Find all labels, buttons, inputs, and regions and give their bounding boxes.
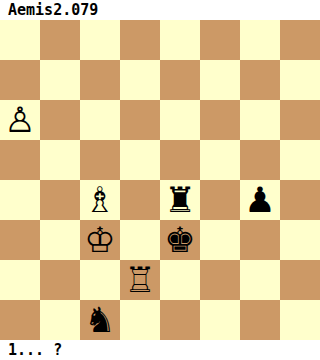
square-h1[interactable]: [280, 300, 320, 340]
square-d5[interactable]: [120, 140, 160, 180]
square-h7[interactable]: [280, 60, 320, 100]
white-rook-icon: ♖: [124, 260, 155, 300]
square-h8[interactable]: [280, 20, 320, 60]
square-b1[interactable]: [40, 300, 80, 340]
square-e6[interactable]: [160, 100, 200, 140]
square-c1[interactable]: ♞: [80, 300, 120, 340]
square-g4[interactable]: ♟: [240, 180, 280, 220]
square-f3[interactable]: [200, 220, 240, 260]
square-d1[interactable]: [120, 300, 160, 340]
square-h2[interactable]: [280, 260, 320, 300]
square-g3[interactable]: [240, 220, 280, 260]
square-f1[interactable]: [200, 300, 240, 340]
square-f4[interactable]: [200, 180, 240, 220]
square-c6[interactable]: [80, 100, 120, 140]
square-e2[interactable]: [160, 260, 200, 300]
square-a1[interactable]: [0, 300, 40, 340]
black-pawn-icon: ♟: [244, 180, 275, 220]
square-g1[interactable]: [240, 300, 280, 340]
square-f8[interactable]: [200, 20, 240, 60]
square-b8[interactable]: [40, 20, 80, 60]
square-c5[interactable]: [80, 140, 120, 180]
square-c7[interactable]: [80, 60, 120, 100]
square-e1[interactable]: [160, 300, 200, 340]
white-king-icon: ♔: [84, 220, 115, 260]
square-e8[interactable]: [160, 20, 200, 60]
square-a6[interactable]: ♙: [0, 100, 40, 140]
square-f6[interactable]: [200, 100, 240, 140]
square-h5[interactable]: [280, 140, 320, 180]
square-c8[interactable]: [80, 20, 120, 60]
black-rook-icon: ♜: [164, 180, 195, 220]
square-a7[interactable]: [0, 60, 40, 100]
square-a3[interactable]: [0, 220, 40, 260]
square-d7[interactable]: [120, 60, 160, 100]
white-bishop-icon: ♗: [84, 180, 115, 220]
square-h4[interactable]: [280, 180, 320, 220]
square-d4[interactable]: [120, 180, 160, 220]
square-e3[interactable]: ♚: [160, 220, 200, 260]
move-prompt: 1... ?: [8, 340, 62, 360]
square-f7[interactable]: [200, 60, 240, 100]
square-b7[interactable]: [40, 60, 80, 100]
black-king-icon: ♚: [164, 220, 195, 260]
square-b5[interactable]: [40, 140, 80, 180]
square-c3[interactable]: ♔: [80, 220, 120, 260]
square-g2[interactable]: [240, 260, 280, 300]
square-g5[interactable]: [240, 140, 280, 180]
square-d6[interactable]: [120, 100, 160, 140]
square-d8[interactable]: [120, 20, 160, 60]
square-g8[interactable]: [240, 20, 280, 60]
page-title: Aemis2.079: [8, 0, 98, 20]
square-f5[interactable]: [200, 140, 240, 180]
square-b2[interactable]: [40, 260, 80, 300]
square-h6[interactable]: [280, 100, 320, 140]
square-g7[interactable]: [240, 60, 280, 100]
square-d3[interactable]: [120, 220, 160, 260]
square-h3[interactable]: [280, 220, 320, 260]
square-e7[interactable]: [160, 60, 200, 100]
black-knight-icon: ♞: [84, 300, 115, 340]
square-c2[interactable]: [80, 260, 120, 300]
square-c4[interactable]: ♗: [80, 180, 120, 220]
title-bar: Aemis2.079: [0, 0, 320, 20]
status-bar: 1... ?: [0, 340, 320, 360]
square-f2[interactable]: [200, 260, 240, 300]
chess-board: ♙♗♜♟♔♚♖♞: [0, 20, 320, 340]
square-a2[interactable]: [0, 260, 40, 300]
square-a4[interactable]: [0, 180, 40, 220]
square-b4[interactable]: [40, 180, 80, 220]
square-a8[interactable]: [0, 20, 40, 60]
square-b6[interactable]: [40, 100, 80, 140]
square-e5[interactable]: [160, 140, 200, 180]
square-g6[interactable]: [240, 100, 280, 140]
square-b3[interactable]: [40, 220, 80, 260]
square-e4[interactable]: ♜: [160, 180, 200, 220]
square-a5[interactable]: [0, 140, 40, 180]
white-pawn-icon: ♙: [4, 100, 35, 140]
square-d2[interactable]: ♖: [120, 260, 160, 300]
